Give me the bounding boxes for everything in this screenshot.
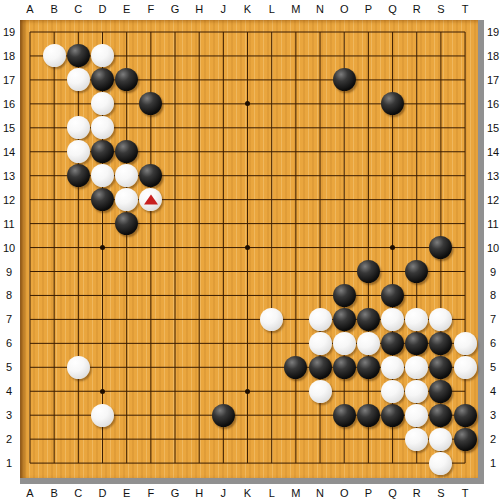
row-label-right-9: 9 <box>484 265 500 279</box>
row-label-left-19: 19 <box>0 25 18 39</box>
stone-white-C15 <box>67 116 90 139</box>
col-label-bottom-O: O <box>335 486 353 500</box>
col-label-bottom-G: G <box>166 486 184 500</box>
stone-black-P5 <box>357 356 380 379</box>
col-label-bottom-B: B <box>45 486 63 500</box>
stone-white-R2 <box>405 428 428 451</box>
row-label-right-14: 14 <box>484 145 500 159</box>
stone-white-Q5 <box>381 356 404 379</box>
row-label-right-6: 6 <box>484 336 500 350</box>
stone-black-R6 <box>405 332 428 355</box>
col-label-bottom-R: R <box>408 486 426 500</box>
col-label-bottom-P: P <box>359 486 377 500</box>
stone-black-T2 <box>454 428 477 451</box>
row-label-left-14: 14 <box>0 145 18 159</box>
col-label-top-H: H <box>190 2 208 16</box>
row-label-left-8: 8 <box>0 288 18 302</box>
stone-black-S4 <box>429 380 452 403</box>
row-label-right-16: 16 <box>484 97 500 111</box>
stone-white-C5 <box>67 356 90 379</box>
col-label-top-O: O <box>335 2 353 16</box>
stone-white-N4 <box>309 380 332 403</box>
stone-black-Q8 <box>381 284 404 307</box>
col-label-top-R: R <box>408 2 426 16</box>
go-app-window: AABBCCDDEEFFGGHHJJKKLLMMNNOOPPQQRRSSTT19… <box>0 0 500 500</box>
stone-white-R4 <box>405 380 428 403</box>
stone-black-M5 <box>284 356 307 379</box>
stone-black-J3 <box>212 404 235 427</box>
row-label-left-1: 1 <box>0 456 18 470</box>
col-label-top-D: D <box>94 2 112 16</box>
row-label-left-10: 10 <box>0 241 18 255</box>
col-label-bottom-M: M <box>287 486 305 500</box>
col-label-top-T: T <box>456 2 474 16</box>
col-label-bottom-K: K <box>239 486 257 500</box>
row-label-left-18: 18 <box>0 49 18 63</box>
stone-white-T6 <box>454 332 477 355</box>
stone-black-Q6 <box>381 332 404 355</box>
stone-white-C14 <box>67 140 90 163</box>
col-label-bottom-N: N <box>311 486 329 500</box>
stone-black-P7 <box>357 308 380 331</box>
stone-black-D12 <box>91 188 114 211</box>
row-label-right-17: 17 <box>484 73 500 87</box>
row-label-right-5: 5 <box>484 360 500 374</box>
row-label-left-17: 17 <box>0 73 18 87</box>
row-label-right-3: 3 <box>484 408 500 422</box>
row-label-left-12: 12 <box>0 193 18 207</box>
stone-white-B18 <box>43 44 66 67</box>
row-label-left-3: 3 <box>0 408 18 422</box>
col-label-bottom-C: C <box>69 486 87 500</box>
row-label-right-4: 4 <box>484 384 500 398</box>
col-label-bottom-E: E <box>118 486 136 500</box>
row-label-right-10: 10 <box>484 241 500 255</box>
stone-white-S2 <box>429 428 452 451</box>
stone-black-O17 <box>333 68 356 91</box>
row-label-right-18: 18 <box>484 49 500 63</box>
col-label-top-B: B <box>45 2 63 16</box>
row-label-right-19: 19 <box>484 25 500 39</box>
star-point-D4 <box>100 389 105 394</box>
last-move-triangle-marker <box>144 194 158 204</box>
col-label-top-A: A <box>21 2 39 16</box>
stone-black-O5 <box>333 356 356 379</box>
col-label-top-G: G <box>166 2 184 16</box>
col-label-top-J: J <box>214 2 232 16</box>
col-label-bottom-L: L <box>263 486 281 500</box>
col-label-top-P: P <box>359 2 377 16</box>
go-board <box>20 20 484 484</box>
stone-white-D3 <box>91 404 114 427</box>
stone-white-Q7 <box>381 308 404 331</box>
col-label-bottom-D: D <box>94 486 112 500</box>
row-label-right-11: 11 <box>484 217 500 231</box>
stone-white-Q4 <box>381 380 404 403</box>
stone-black-O8 <box>333 284 356 307</box>
row-label-left-5: 5 <box>0 360 18 374</box>
row-label-left-13: 13 <box>0 169 18 183</box>
col-label-bottom-J: J <box>214 486 232 500</box>
col-label-top-S: S <box>432 2 450 16</box>
stone-white-R7 <box>405 308 428 331</box>
col-label-top-L: L <box>263 2 281 16</box>
row-label-right-7: 7 <box>484 312 500 326</box>
stone-white-S1 <box>429 452 452 475</box>
row-label-left-11: 11 <box>0 217 18 231</box>
stone-white-R5 <box>405 356 428 379</box>
stone-white-L7 <box>260 308 283 331</box>
stone-black-O3 <box>333 404 356 427</box>
row-label-left-6: 6 <box>0 336 18 350</box>
col-label-top-C: C <box>69 2 87 16</box>
col-label-bottom-H: H <box>190 486 208 500</box>
col-label-bottom-Q: Q <box>384 486 402 500</box>
star-point-K4 <box>245 389 250 394</box>
row-label-left-7: 7 <box>0 312 18 326</box>
row-label-left-9: 9 <box>0 265 18 279</box>
stone-white-R3 <box>405 404 428 427</box>
stone-white-N6 <box>309 332 332 355</box>
stone-white-O6 <box>333 332 356 355</box>
row-label-left-4: 4 <box>0 384 18 398</box>
col-label-bottom-S: S <box>432 486 450 500</box>
col-label-top-N: N <box>311 2 329 16</box>
stone-black-P3 <box>357 404 380 427</box>
col-label-top-M: M <box>287 2 305 16</box>
col-label-bottom-A: A <box>21 486 39 500</box>
row-label-right-12: 12 <box>484 193 500 207</box>
stone-white-T5 <box>454 356 477 379</box>
col-label-top-F: F <box>142 2 160 16</box>
col-label-top-K: K <box>239 2 257 16</box>
stone-black-C13 <box>67 164 90 187</box>
stone-white-N7 <box>309 308 332 331</box>
row-label-right-13: 13 <box>484 169 500 183</box>
row-label-right-15: 15 <box>484 121 500 135</box>
stone-black-Q3 <box>381 404 404 427</box>
row-label-left-16: 16 <box>0 97 18 111</box>
col-label-top-E: E <box>118 2 136 16</box>
col-label-bottom-T: T <box>456 486 474 500</box>
stone-black-P9 <box>357 260 380 283</box>
col-label-top-Q: Q <box>384 2 402 16</box>
col-label-bottom-F: F <box>142 486 160 500</box>
row-label-right-2: 2 <box>484 432 500 446</box>
board-grid[interactable] <box>20 20 478 478</box>
row-label-right-1: 1 <box>484 456 500 470</box>
stone-black-S3 <box>429 404 452 427</box>
stone-black-N5 <box>309 356 332 379</box>
stone-white-P6 <box>357 332 380 355</box>
stone-black-O7 <box>333 308 356 331</box>
row-label-left-2: 2 <box>0 432 18 446</box>
stone-black-T3 <box>454 404 477 427</box>
row-label-left-15: 15 <box>0 121 18 135</box>
row-label-right-8: 8 <box>484 288 500 302</box>
